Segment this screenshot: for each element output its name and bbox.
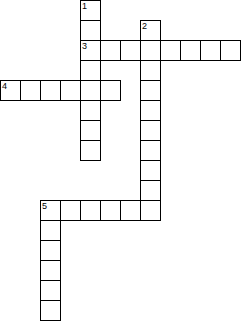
cell-r1c7[interactable]: 2 bbox=[140, 20, 161, 41]
clue-number-1: 1 bbox=[82, 1, 87, 11]
cell-r8c7[interactable] bbox=[140, 160, 161, 181]
cell-r2c8[interactable] bbox=[160, 40, 181, 61]
cell-r5c4[interactable] bbox=[80, 100, 101, 121]
cell-r10c3[interactable] bbox=[60, 200, 81, 221]
cell-r4c5[interactable] bbox=[100, 80, 121, 101]
cell-r4c0[interactable]: 4 bbox=[0, 80, 21, 101]
clue-number-5: 5 bbox=[42, 201, 47, 211]
cell-r6c7[interactable] bbox=[140, 120, 161, 141]
cell-r12c2[interactable] bbox=[40, 240, 61, 261]
cell-r2c11[interactable] bbox=[220, 40, 241, 61]
crossword-board: 12345 bbox=[0, 0, 241, 321]
cell-r4c7[interactable] bbox=[140, 80, 161, 101]
cell-r13c2[interactable] bbox=[40, 260, 61, 281]
clue-number-2: 2 bbox=[142, 21, 147, 31]
cell-r4c3[interactable] bbox=[60, 80, 81, 101]
clue-number-4: 4 bbox=[2, 81, 7, 91]
cell-r4c2[interactable] bbox=[40, 80, 61, 101]
cell-r11c2[interactable] bbox=[40, 220, 61, 241]
cell-r10c7[interactable] bbox=[140, 200, 161, 221]
cell-r3c4[interactable] bbox=[80, 60, 101, 81]
cell-r14c2[interactable] bbox=[40, 280, 61, 301]
clue-number-3: 3 bbox=[82, 41, 87, 51]
cell-r0c4[interactable]: 1 bbox=[80, 0, 101, 21]
cell-r2c7[interactable] bbox=[140, 40, 161, 61]
cell-r2c5[interactable] bbox=[100, 40, 121, 61]
cell-r10c4[interactable] bbox=[80, 200, 101, 221]
cell-r3c7[interactable] bbox=[140, 60, 161, 81]
cell-r10c2[interactable]: 5 bbox=[40, 200, 61, 221]
cell-r6c4[interactable] bbox=[80, 120, 101, 141]
cell-r2c6[interactable] bbox=[120, 40, 141, 61]
cell-r5c7[interactable] bbox=[140, 100, 161, 121]
cell-r10c5[interactable] bbox=[100, 200, 121, 221]
cell-r10c6[interactable] bbox=[120, 200, 141, 221]
cell-r4c1[interactable] bbox=[20, 80, 41, 101]
cell-r2c9[interactable] bbox=[180, 40, 201, 61]
cell-r9c7[interactable] bbox=[140, 180, 161, 201]
cell-r15c2[interactable] bbox=[40, 300, 61, 321]
cell-r7c7[interactable] bbox=[140, 140, 161, 161]
cell-r1c4[interactable] bbox=[80, 20, 101, 41]
cell-r2c10[interactable] bbox=[200, 40, 221, 61]
cell-r4c4[interactable] bbox=[80, 80, 101, 101]
cell-r7c4[interactable] bbox=[80, 140, 101, 161]
cell-r2c4[interactable]: 3 bbox=[80, 40, 101, 61]
